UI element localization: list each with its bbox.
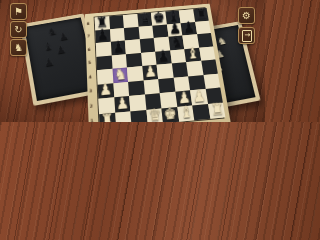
square-f1[interactable]: ♝ <box>177 105 195 122</box>
piece-white-bishop[interactable]: ♝ <box>185 45 201 61</box>
square-c4[interactable] <box>127 66 143 81</box>
exit-icon: → <box>242 30 252 42</box>
square-f4[interactable] <box>171 62 188 77</box>
piece-white-rook[interactable]: ♜ <box>98 111 115 122</box>
rank-label-1: 1 <box>90 113 94 122</box>
rank-label-3: 3 <box>89 84 93 99</box>
piece-white-knight[interactable]: ♞ <box>112 66 128 83</box>
captured-white-piece: ♞ <box>216 35 227 46</box>
piece-white-pawn[interactable]: ♟ <box>113 94 130 111</box>
square-e8[interactable]: ♚ <box>151 12 167 26</box>
piece-white-pawn[interactable]: ♟ <box>142 63 158 79</box>
settings-gear-icon: ⚙ <box>242 10 251 20</box>
rank-label-4: 4 <box>88 70 92 84</box>
piece-white-pawn[interactable]: ♟ <box>97 81 114 98</box>
square-a1[interactable]: ♜ <box>99 112 116 122</box>
square-e3[interactable] <box>158 77 175 93</box>
square-c5[interactable] <box>126 53 142 68</box>
chess-board[interactable]: ♜♛♚♝♜♟♟♟♟♞♟♝♞♟♟♟♟♟♜♛♚♝♜ <box>94 7 225 122</box>
square-a7[interactable]: ♟ <box>95 29 110 43</box>
piece-white-pawn[interactable]: ♟ <box>191 87 208 104</box>
square-d4[interactable]: ♟ <box>142 65 158 80</box>
square-e4[interactable] <box>157 63 174 78</box>
square-c1[interactable] <box>130 109 147 122</box>
square-d1[interactable]: ♛ <box>146 108 163 122</box>
square-a6[interactable] <box>96 42 111 57</box>
piece-black-pawn[interactable]: ♟ <box>110 38 126 54</box>
board-3d-scene: ♜♛♚♝♜♟♟♟♟♞♟♝♞♟♟♟♟♟♜♛♚♝♜ ABCDEFGH 8765432… <box>85 4 232 122</box>
file-label-h: H <box>209 121 226 122</box>
piece-white-king[interactable]: ♚ <box>161 105 178 122</box>
square-a5[interactable] <box>96 55 112 70</box>
piece-white-bishop[interactable]: ♝ <box>177 104 194 121</box>
square-h5[interactable] <box>199 46 216 61</box>
piece-black-queen[interactable]: ♛ <box>137 10 152 25</box>
square-a3[interactable]: ♟ <box>98 83 114 99</box>
piece-white-queen[interactable]: ♛ <box>146 106 163 122</box>
square-c3[interactable] <box>128 80 144 96</box>
captured-black-piece: ♝ <box>43 41 55 52</box>
square-c6[interactable] <box>125 39 141 54</box>
square-b2[interactable]: ♟ <box>114 96 131 112</box>
rank-labels: 87654321 <box>86 17 94 122</box>
piece-style-icon: ♞ <box>14 42 23 52</box>
resign-flag-button[interactable]: ⚑ <box>10 3 27 20</box>
exit-button[interactable]: → <box>238 27 255 44</box>
rank-label-5: 5 <box>88 56 92 70</box>
square-b1[interactable] <box>115 111 132 122</box>
square-e1[interactable]: ♚ <box>161 107 178 122</box>
board-frame: ♜♛♚♝♜♟♟♟♟♞♟♝♞♟♟♟♟♟♜♛♚♝♜ ABCDEFGH 8765432… <box>85 4 232 122</box>
resign-flag-icon: ⚑ <box>14 6 23 16</box>
chess-3d-app: { "app": {"name": "3D Chess"}, "game": "… <box>0 0 265 122</box>
square-e5[interactable]: ♟ <box>155 50 171 65</box>
piece-black-rook[interactable]: ♜ <box>193 6 208 21</box>
captured-black-piece: ♟ <box>43 57 55 69</box>
piece-black-knight[interactable]: ♞ <box>168 33 184 49</box>
square-b6[interactable]: ♟ <box>110 41 126 56</box>
settings-gear-button[interactable]: ⚙ <box>238 7 255 24</box>
captured-black-piece: ♞ <box>47 26 58 37</box>
rank-label-6: 6 <box>87 43 91 57</box>
rank-label-7: 7 <box>87 30 91 43</box>
piece-black-pawn[interactable]: ♟ <box>155 48 171 64</box>
square-c7[interactable] <box>124 26 139 40</box>
captured-black-piece: ♟ <box>58 31 70 42</box>
square-e7[interactable] <box>152 24 168 38</box>
square-g5[interactable]: ♝ <box>184 47 201 62</box>
square-d7[interactable] <box>138 25 154 39</box>
piece-black-king[interactable]: ♚ <box>151 9 166 24</box>
square-h4[interactable] <box>201 60 218 75</box>
piece-black-pawn[interactable]: ♟ <box>181 19 197 35</box>
square-c2[interactable] <box>129 95 146 111</box>
piece-white-rook[interactable]: ♜ <box>208 101 225 118</box>
rotate-board-button[interactable]: ↻ <box>10 21 27 38</box>
square-d8[interactable]: ♛ <box>137 13 152 27</box>
rotate-board-icon: ↻ <box>14 24 22 34</box>
square-h1[interactable]: ♜ <box>208 102 226 119</box>
piece-black-pawn[interactable]: ♟ <box>95 27 111 43</box>
piece-style-button[interactable]: ♞ <box>10 39 27 56</box>
square-d6[interactable] <box>139 38 155 52</box>
rank-label-2: 2 <box>89 98 93 113</box>
square-d3[interactable] <box>143 79 160 95</box>
square-b4[interactable]: ♞ <box>112 67 128 82</box>
rank-label-8: 8 <box>86 17 90 30</box>
square-h3[interactable] <box>203 73 220 89</box>
captured-black-piece: ♟ <box>55 44 67 56</box>
square-f6[interactable]: ♞ <box>168 36 184 50</box>
